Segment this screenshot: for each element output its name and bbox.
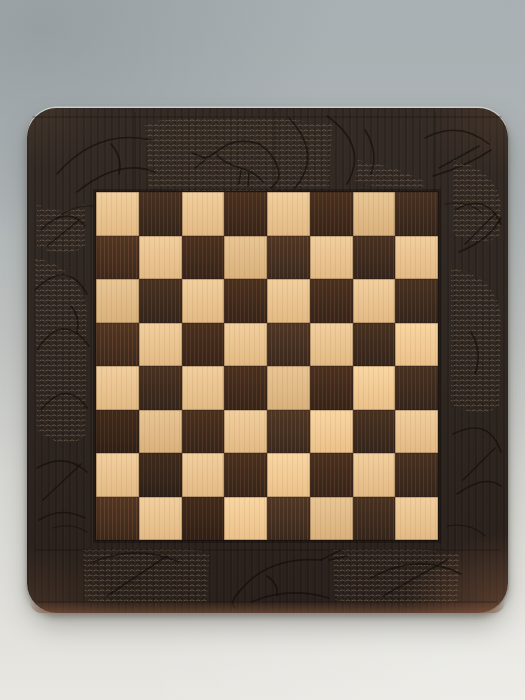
square-c2[interactable] bbox=[182, 453, 225, 497]
square-h2[interactable] bbox=[395, 453, 438, 497]
square-g6[interactable] bbox=[353, 279, 396, 323]
chessboard bbox=[27, 108, 508, 613]
square-d6[interactable] bbox=[224, 279, 267, 323]
square-h4[interactable] bbox=[395, 366, 438, 410]
square-a2[interactable] bbox=[96, 453, 139, 497]
bird-carving-top bbox=[33, 112, 501, 192]
square-e8[interactable] bbox=[267, 192, 310, 236]
square-a6[interactable] bbox=[96, 279, 139, 323]
square-f3[interactable] bbox=[310, 410, 353, 454]
square-b1[interactable] bbox=[139, 497, 182, 541]
square-b4[interactable] bbox=[139, 366, 182, 410]
square-f8[interactable] bbox=[310, 192, 353, 236]
square-e5[interactable] bbox=[267, 323, 310, 367]
square-b8[interactable] bbox=[139, 192, 182, 236]
square-g2[interactable] bbox=[353, 453, 396, 497]
square-c4[interactable] bbox=[182, 366, 225, 410]
square-h5[interactable] bbox=[395, 323, 438, 367]
square-h1[interactable] bbox=[395, 497, 438, 541]
square-e6[interactable] bbox=[267, 279, 310, 323]
square-h7[interactable] bbox=[395, 236, 438, 280]
square-d7[interactable] bbox=[224, 236, 267, 280]
square-d8[interactable] bbox=[224, 192, 267, 236]
square-c6[interactable] bbox=[182, 279, 225, 323]
square-e1[interactable] bbox=[267, 497, 310, 541]
animal-carving-left bbox=[35, 204, 89, 520]
square-c1[interactable] bbox=[182, 497, 225, 541]
square-b2[interactable] bbox=[139, 453, 182, 497]
square-d1[interactable] bbox=[224, 497, 267, 541]
square-f5[interactable] bbox=[310, 323, 353, 367]
playing-grid bbox=[95, 191, 439, 541]
square-f7[interactable] bbox=[310, 236, 353, 280]
square-d5[interactable] bbox=[224, 323, 267, 367]
square-g5[interactable] bbox=[353, 323, 396, 367]
square-f2[interactable] bbox=[310, 453, 353, 497]
square-a1[interactable] bbox=[96, 497, 139, 541]
square-a7[interactable] bbox=[96, 236, 139, 280]
square-g8[interactable] bbox=[353, 192, 396, 236]
square-c7[interactable] bbox=[182, 236, 225, 280]
square-c8[interactable] bbox=[182, 192, 225, 236]
square-h6[interactable] bbox=[395, 279, 438, 323]
square-g7[interactable] bbox=[353, 236, 396, 280]
square-b6[interactable] bbox=[139, 279, 182, 323]
photo-background bbox=[0, 0, 525, 700]
square-a5[interactable] bbox=[96, 323, 139, 367]
square-a4[interactable] bbox=[96, 366, 139, 410]
square-e7[interactable] bbox=[267, 236, 310, 280]
square-d2[interactable] bbox=[224, 453, 267, 497]
square-a8[interactable] bbox=[96, 192, 139, 236]
square-f6[interactable] bbox=[310, 279, 353, 323]
square-f4[interactable] bbox=[310, 366, 353, 410]
square-e2[interactable] bbox=[267, 453, 310, 497]
square-d4[interactable] bbox=[224, 366, 267, 410]
square-g3[interactable] bbox=[353, 410, 396, 454]
leaf-carving-right bbox=[451, 160, 501, 494]
square-h3[interactable] bbox=[395, 410, 438, 454]
square-d3[interactable] bbox=[224, 410, 267, 454]
square-g4[interactable] bbox=[353, 366, 396, 410]
square-a3[interactable] bbox=[96, 410, 139, 454]
square-e4[interactable] bbox=[267, 366, 310, 410]
square-h8[interactable] bbox=[395, 192, 438, 236]
square-f1[interactable] bbox=[310, 497, 353, 541]
animal-carving-bottom bbox=[35, 546, 500, 608]
square-c3[interactable] bbox=[182, 410, 225, 454]
square-c5[interactable] bbox=[182, 323, 225, 367]
square-b3[interactable] bbox=[139, 410, 182, 454]
square-e3[interactable] bbox=[267, 410, 310, 454]
square-b7[interactable] bbox=[139, 236, 182, 280]
square-b5[interactable] bbox=[139, 323, 182, 367]
square-g1[interactable] bbox=[353, 497, 396, 541]
